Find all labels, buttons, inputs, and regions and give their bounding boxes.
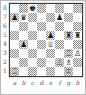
square-f5 xyxy=(55,31,64,40)
square-g5: ♜ xyxy=(64,31,73,40)
piece-white-rook-g3: ♖ xyxy=(65,49,72,58)
file-label-d: d xyxy=(37,79,46,87)
square-a6 xyxy=(10,22,19,31)
square-d8 xyxy=(37,4,46,13)
square-c2 xyxy=(28,58,37,67)
square-f6 xyxy=(55,22,64,31)
square-a5 xyxy=(10,31,19,40)
file-label-f: f xyxy=(55,79,64,87)
rank-label-1: 1 xyxy=(1,66,9,75)
piece-black-king-c8: ♚ xyxy=(29,4,36,13)
square-h3: ♙ xyxy=(73,49,82,58)
square-a3 xyxy=(10,49,19,58)
square-f8 xyxy=(55,4,64,13)
square-b7: ♛ xyxy=(19,13,28,22)
square-a7: ♟ xyxy=(10,13,19,22)
file-labels: abcdefgh xyxy=(10,79,85,87)
piece-black-rook-g5: ♜ xyxy=(65,31,72,40)
square-c4 xyxy=(28,40,37,49)
square-g1: ♔ xyxy=(64,67,73,76)
piece-black-queen-b7: ♛ xyxy=(20,13,27,22)
square-h1 xyxy=(73,67,82,76)
square-e2 xyxy=(46,58,55,67)
rank-label-4: 4 xyxy=(1,39,9,48)
piece-white-pawn-h3: ♙ xyxy=(74,49,81,58)
file-label-a: a xyxy=(10,79,19,87)
rank-labels: 87654321 xyxy=(1,3,9,75)
square-h2 xyxy=(73,58,82,67)
square-c8: ♚ xyxy=(28,4,37,13)
square-e8 xyxy=(46,4,55,13)
piece-white-pawn-f2: ♙ xyxy=(56,58,63,67)
rank-label-6: 6 xyxy=(1,21,9,30)
square-e4: ♕ xyxy=(46,40,55,49)
square-d2 xyxy=(37,58,46,67)
square-d3 xyxy=(37,49,46,58)
square-h4 xyxy=(73,40,82,49)
square-g2: ♗ xyxy=(64,58,73,67)
square-g4 xyxy=(64,40,73,49)
square-e6 xyxy=(46,22,55,31)
square-d5 xyxy=(37,31,46,40)
square-e7 xyxy=(46,13,55,22)
square-g7 xyxy=(64,13,73,22)
piece-black-pawn-b4: ♟ xyxy=(20,40,27,49)
file-label-b: b xyxy=(19,79,28,87)
square-d7 xyxy=(37,13,46,22)
square-e3 xyxy=(46,49,55,58)
square-a4 xyxy=(10,40,19,49)
square-b5 xyxy=(19,31,28,40)
file-label-e: e xyxy=(46,79,55,87)
file-label-g: g xyxy=(64,79,73,87)
square-a1: ♖ xyxy=(10,67,19,76)
chess-diagram: 87654321 ♚♟♛♟♟♜♜♟♕♖♙♘♙♗♖♔ abcdefgh xyxy=(0,0,86,95)
square-b2: ♘ xyxy=(19,58,28,67)
board-area: 87654321 ♚♟♛♟♟♜♜♟♕♖♙♘♙♗♖♔ xyxy=(1,1,85,77)
square-c6 xyxy=(28,22,37,31)
square-c5 xyxy=(28,31,37,40)
piece-white-rook-a1: ♖ xyxy=(11,67,18,76)
piece-black-rook-h5: ♜ xyxy=(74,31,81,40)
square-c7 xyxy=(28,13,37,22)
square-f3 xyxy=(55,49,64,58)
rank-label-5: 5 xyxy=(1,30,9,39)
square-e5: ♟ xyxy=(46,31,55,40)
square-g8 xyxy=(64,4,73,13)
rank-label-2: 2 xyxy=(1,57,9,66)
square-b6 xyxy=(19,22,28,31)
square-f2: ♙ xyxy=(55,58,64,67)
square-e1 xyxy=(46,67,55,76)
square-f4 xyxy=(55,40,64,49)
piece-white-knight-b2: ♘ xyxy=(20,58,27,67)
square-g6 xyxy=(64,22,73,31)
piece-white-bishop-g2: ♗ xyxy=(65,58,72,67)
square-h5: ♜ xyxy=(73,31,82,40)
square-f1 xyxy=(55,67,64,76)
file-label-h: h xyxy=(73,79,82,87)
square-d1 xyxy=(37,67,46,76)
piece-black-pawn-f7: ♟ xyxy=(56,13,63,22)
square-b1 xyxy=(19,67,28,76)
piece-white-king-g1: ♔ xyxy=(65,67,72,76)
chess-board: ♚♟♛♟♟♜♜♟♕♖♙♘♙♗♖♔ xyxy=(9,3,83,77)
square-b8 xyxy=(19,4,28,13)
square-c3 xyxy=(28,49,37,58)
piece-black-pawn-a7: ♟ xyxy=(11,13,18,22)
square-d4 xyxy=(37,40,46,49)
square-c1 xyxy=(28,67,37,76)
file-label-c: c xyxy=(28,79,37,87)
rank-label-7: 7 xyxy=(1,12,9,21)
square-h7 xyxy=(73,13,82,22)
piece-black-pawn-e5: ♟ xyxy=(47,31,54,40)
square-a2 xyxy=(10,58,19,67)
square-a8 xyxy=(10,4,19,13)
rank-label-3: 3 xyxy=(1,48,9,57)
square-h6 xyxy=(73,22,82,31)
square-h8 xyxy=(73,4,82,13)
square-b3 xyxy=(19,49,28,58)
square-d6 xyxy=(37,22,46,31)
piece-white-queen-e4: ♕ xyxy=(47,40,54,49)
square-f7: ♟ xyxy=(55,13,64,22)
rank-label-8: 8 xyxy=(1,3,9,12)
square-b4: ♟ xyxy=(19,40,28,49)
square-g3: ♖ xyxy=(64,49,73,58)
